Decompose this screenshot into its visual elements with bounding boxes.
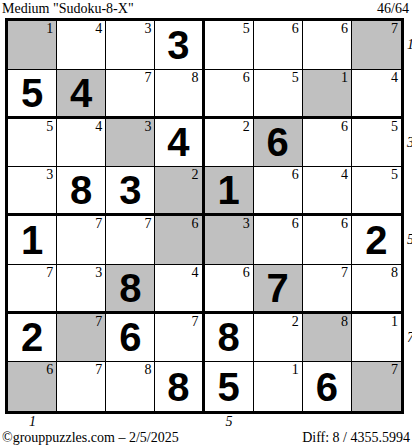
cell-r3c7[interactable]: 6 <box>303 119 352 168</box>
cell-r1c7[interactable]: 6 <box>303 21 352 70</box>
corner-clue-number: 3 <box>243 216 250 232</box>
cell-r4c3[interactable]: 3 <box>106 167 155 216</box>
row-coordinate-labels: 1357 <box>404 21 412 411</box>
cell-r8c7[interactable]: 6 <box>303 362 352 411</box>
cell-r4c4[interactable]: 2 <box>155 167 204 216</box>
cell-r3c8[interactable]: 5 <box>352 119 401 168</box>
cell-r3c2[interactable]: 4 <box>57 119 106 168</box>
cell-r7c2[interactable]: 7 <box>57 314 106 363</box>
corner-clue-number: 7 <box>391 362 398 378</box>
cell-r2c4[interactable]: 8 <box>155 70 204 119</box>
puzzle-page: Medium "Sudoku-8-X" 46/64 14335667547865… <box>0 0 412 447</box>
cell-r6c8[interactable]: 8 <box>352 265 401 314</box>
cell-r1c6[interactable]: 6 <box>254 21 303 70</box>
corner-clue-number: 7 <box>391 21 398 37</box>
cell-r4c2[interactable]: 8 <box>57 167 106 216</box>
cell-r3c5[interactable]: 2 <box>205 119 254 168</box>
corner-clue-number: 8 <box>341 314 348 330</box>
copyright-date: ©grouppuzzles.com – 2/5/2025 <box>2 430 179 446</box>
corner-clue-number: 7 <box>341 265 348 281</box>
cell-r8c5[interactable]: 5 <box>205 362 254 411</box>
entry-number: 4 <box>155 119 201 167</box>
corner-clue-number: 6 <box>46 362 53 378</box>
corner-clue-number: 6 <box>292 216 299 232</box>
cell-r1c3[interactable]: 3 <box>106 21 155 70</box>
cell-r6c1[interactable]: 7 <box>8 265 57 314</box>
corner-clue-number: 3 <box>144 21 151 37</box>
cell-r4c7[interactable]: 4 <box>303 167 352 216</box>
corner-clue-number: 7 <box>46 265 53 281</box>
cell-r7c4[interactable]: 7 <box>155 314 204 363</box>
cell-r1c8[interactable]: 7 <box>352 21 401 70</box>
entry-number: 8 <box>205 314 253 362</box>
corner-clue-number: 6 <box>192 216 199 232</box>
cell-r6c5[interactable]: 6 <box>205 265 254 314</box>
row-label-1: 1 <box>407 21 412 70</box>
entry-number: 7 <box>254 265 302 311</box>
cell-r1c5[interactable]: 5 <box>205 21 254 70</box>
entry-number: 8 <box>57 167 105 213</box>
corner-clue-number: 1 <box>46 21 53 37</box>
cell-r1c2[interactable]: 4 <box>57 21 106 70</box>
corner-clue-number: 3 <box>144 119 151 135</box>
corner-clue-number: 6 <box>341 21 348 37</box>
corner-clue-number: 7 <box>144 70 151 86</box>
corner-clue-number: 3 <box>46 167 53 183</box>
entry-number: 8 <box>106 265 154 311</box>
cell-r3c4[interactable]: 4 <box>155 119 204 168</box>
corner-clue-number: 4 <box>95 119 102 135</box>
entry-number: 6 <box>106 314 154 362</box>
corner-clue-number: 7 <box>95 314 102 330</box>
cell-r2c2[interactable]: 4 <box>57 70 106 119</box>
corner-clue-number: 8 <box>144 362 151 378</box>
cell-r7c1[interactable]: 2 <box>8 314 57 363</box>
entry-number: 6 <box>254 119 302 167</box>
corner-clue-number: 2 <box>192 167 199 183</box>
row-label-5: 5 <box>407 216 412 265</box>
cell-r6c6[interactable]: 7 <box>254 265 303 314</box>
puzzle-title: Medium "Sudoku-8-X" <box>2 1 134 17</box>
cell-r7c5[interactable]: 8 <box>205 314 254 363</box>
entry-number: 8 <box>155 362 201 411</box>
corner-clue-number: 4 <box>95 21 102 37</box>
cell-r8c1[interactable]: 6 <box>8 362 57 411</box>
cell-r8c6[interactable]: 1 <box>254 362 303 411</box>
cell-r5c7[interactable]: 6 <box>303 216 352 265</box>
cell-r6c4[interactable]: 4 <box>155 265 204 314</box>
corner-clue-number: 1 <box>292 362 299 378</box>
row-label-7: 7 <box>407 314 412 363</box>
cell-r2c3[interactable]: 7 <box>106 70 155 119</box>
cell-r2c5[interactable]: 6 <box>205 70 254 119</box>
corner-clue-number: 8 <box>192 70 199 86</box>
corner-clue-number: 6 <box>341 119 348 135</box>
entry-number: 2 <box>8 314 56 362</box>
cell-r6c2[interactable]: 3 <box>57 265 106 314</box>
cell-r2c7[interactable]: 1 <box>303 70 352 119</box>
cell-r5c5[interactable]: 3 <box>205 216 254 265</box>
cell-r1c1[interactable]: 1 <box>8 21 57 70</box>
entry-number: 3 <box>106 167 154 213</box>
entry-number: 3 <box>155 21 201 69</box>
corner-clue-number: 5 <box>292 70 299 86</box>
col-coordinate-labels: 15 <box>8 413 401 431</box>
cell-r5c6[interactable]: 6 <box>254 216 303 265</box>
corner-clue-number: 8 <box>391 265 398 281</box>
corner-clue-number: 7 <box>144 216 151 232</box>
entry-number: 5 <box>205 362 253 411</box>
entry-number: 2 <box>352 216 401 264</box>
cell-r3c1[interactable]: 5 <box>8 119 57 168</box>
corner-clue-number: 1 <box>391 314 398 330</box>
row-label-3: 3 <box>407 119 412 168</box>
cell-r6c3[interactable]: 8 <box>106 265 155 314</box>
sudoku-board: 1433566754786514543426653832164517763662… <box>5 18 404 414</box>
cell-r7c3[interactable]: 6 <box>106 314 155 363</box>
corner-clue-number: 6 <box>243 265 250 281</box>
cell-r5c3[interactable]: 7 <box>106 216 155 265</box>
cell-r2c6[interactable]: 5 <box>254 70 303 119</box>
col-label-5: 5 <box>226 414 233 430</box>
corner-clue-number: 6 <box>292 21 299 37</box>
cell-r7c8[interactable]: 1 <box>352 314 401 363</box>
entry-number: 1 <box>8 216 56 264</box>
corner-clue-number: 6 <box>292 167 299 183</box>
corner-clue-number: 4 <box>391 70 398 86</box>
cell-r5c8[interactable]: 2 <box>352 216 401 265</box>
corner-clue-number: 7 <box>95 362 102 378</box>
corner-clue-number: 6 <box>243 70 250 86</box>
corner-clue-number: 2 <box>243 119 250 135</box>
cell-r8c4[interactable]: 8 <box>155 362 204 411</box>
cell-r8c3[interactable]: 8 <box>106 362 155 411</box>
cell-r5c2[interactable]: 7 <box>57 216 106 265</box>
corner-clue-number: 3 <box>95 265 102 281</box>
cell-r4c1[interactable]: 3 <box>8 167 57 216</box>
corner-clue-number: 5 <box>243 21 250 37</box>
cell-r3c6[interactable]: 6 <box>254 119 303 168</box>
corner-clue-number: 5 <box>391 167 398 183</box>
corner-clue-number: 2 <box>292 314 299 330</box>
cell-r4c6[interactable]: 6 <box>254 167 303 216</box>
corner-clue-number: 6 <box>341 216 348 232</box>
corner-clue-number: 5 <box>391 119 398 135</box>
cell-r4c8[interactable]: 5 <box>352 167 401 216</box>
cell-r7c7[interactable]: 8 <box>303 314 352 363</box>
corner-clue-number: 4 <box>192 265 199 281</box>
progress-counter: 46/64 <box>377 1 409 17</box>
cell-r1c4[interactable]: 3 <box>155 21 204 70</box>
cell-r6c7[interactable]: 7 <box>303 265 352 314</box>
entry-number: 5 <box>8 70 56 116</box>
corner-clue-number: 7 <box>95 216 102 232</box>
cell-r2c1[interactable]: 5 <box>8 70 57 119</box>
cell-r5c4[interactable]: 6 <box>155 216 204 265</box>
corner-clue-number: 5 <box>46 119 53 135</box>
cell-r8c8[interactable]: 7 <box>352 362 401 411</box>
entry-number: 4 <box>57 70 105 116</box>
corner-clue-number: 7 <box>192 314 199 330</box>
cell-r5c1[interactable]: 1 <box>8 216 57 265</box>
cell-r4c5[interactable]: 1 <box>205 167 254 216</box>
entry-number: 1 <box>205 167 253 213</box>
cell-r3c3[interactable]: 3 <box>106 119 155 168</box>
corner-clue-number: 4 <box>341 167 348 183</box>
col-label-1: 1 <box>29 414 36 430</box>
cell-r8c2[interactable]: 7 <box>57 362 106 411</box>
cell-r2c8[interactable]: 4 <box>352 70 401 119</box>
entry-number: 6 <box>303 362 351 411</box>
cell-r7c6[interactable]: 2 <box>254 314 303 363</box>
difficulty-rating: Diff: 8 / 4355.5994 <box>302 430 410 446</box>
corner-clue-number: 1 <box>341 70 348 86</box>
